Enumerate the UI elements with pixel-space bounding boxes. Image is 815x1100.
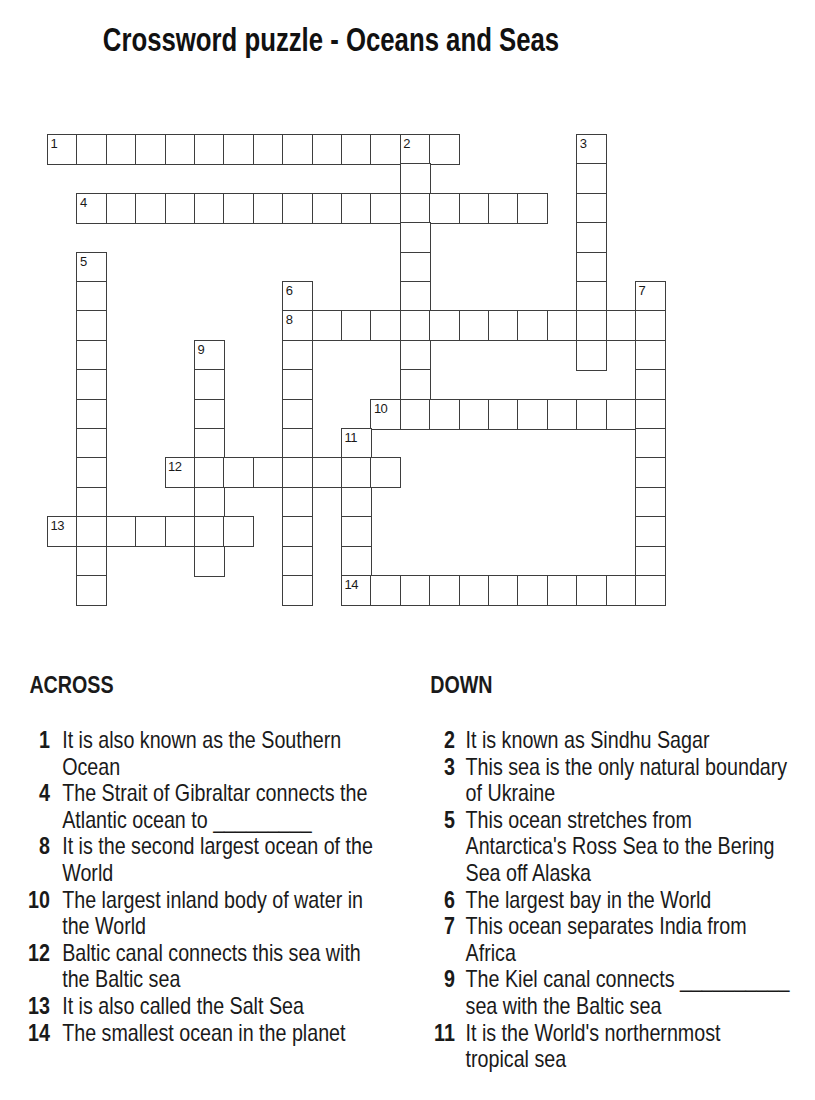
- grid-cell-r2c8[interactable]: [282, 193, 313, 224]
- grid-cell-r6c16[interactable]: [517, 310, 548, 341]
- clue-text: It is also known as the SouthernOcean: [62, 727, 341, 780]
- grid-cell-r10c1[interactable]: [76, 428, 107, 459]
- grid-cell-r5c18[interactable]: [576, 281, 607, 312]
- grid-cell-r11c5[interactable]: [194, 457, 225, 488]
- cell-number-12: 12: [168, 460, 181, 473]
- grid-cell-r0c8[interactable]: [282, 134, 313, 165]
- grid-cell-r13c3[interactable]: [135, 516, 166, 547]
- grid-cell-r13c1[interactable]: [76, 516, 107, 547]
- across-header: ACROSS: [29, 672, 407, 699]
- grid-cell-r6c9[interactable]: [312, 310, 343, 341]
- grid-cell-r6c15[interactable]: [488, 310, 519, 341]
- grid-cell-r2c3[interactable]: [135, 193, 166, 224]
- clue-text: This ocean stretches fromAntarctica's Ro…: [466, 807, 775, 887]
- grid-cell-r15c15[interactable]: [488, 575, 519, 606]
- clue-number: 7: [427, 913, 455, 966]
- clue-number: 11: [427, 1020, 455, 1073]
- clue-text-line: It is the second largest ocean of the: [62, 833, 373, 860]
- clue-text: This ocean separates India fromAfrica: [466, 913, 747, 966]
- crossword-grid: 1234567891011121314: [47, 134, 667, 607]
- grid-cell-r14c10[interactable]: [341, 546, 372, 577]
- clue-across-4: 4The Strait of Gibraltar connects theAtl…: [22, 780, 407, 833]
- clue-text-line: It is also called the Salt Sea: [62, 993, 304, 1020]
- clue-text-line: Sea off Alaska: [466, 860, 775, 887]
- clue-number: 10: [22, 887, 50, 940]
- grid-cell-r0c5[interactable]: [194, 134, 225, 165]
- clue-text-line: Ocean: [62, 754, 341, 781]
- clue-text-line: Atlantic ocean to _________: [62, 807, 367, 834]
- grid-cell-r3c12[interactable]: [400, 222, 431, 253]
- grid-cell-r11c20[interactable]: [635, 457, 666, 488]
- grid-cell-r2c7[interactable]: [253, 193, 284, 224]
- clue-across-12: 12Baltic canal connects this sea withthe…: [22, 940, 407, 993]
- grid-cell-r10c20[interactable]: [635, 428, 666, 459]
- clue-text-line: Antarctica's Ross Sea to the Bering: [466, 833, 775, 860]
- cell-number-3: 3: [580, 137, 587, 150]
- clue-number: 9: [427, 966, 455, 1019]
- grid-cell-r9c8[interactable]: [282, 399, 313, 430]
- grid-cell-r8c1[interactable]: [76, 369, 107, 400]
- clue-number: 12: [22, 940, 50, 993]
- grid-cell-r13c10[interactable]: [341, 516, 372, 547]
- clue-number: 3: [427, 754, 455, 807]
- across-clue-list: 1It is also known as the SouthernOcean4T…: [22, 727, 407, 1046]
- grid-cell-r2c10[interactable]: [341, 193, 372, 224]
- clue-text-line: Africa: [466, 940, 747, 967]
- grid-cell-r2c2[interactable]: [106, 193, 137, 224]
- down-header: DOWN: [430, 672, 792, 699]
- grid-cell-r9c5[interactable]: [194, 399, 225, 430]
- grid-cell-r15c18[interactable]: [576, 575, 607, 606]
- grid-cell-r14c20[interactable]: [635, 546, 666, 577]
- grid-cell-r2c18[interactable]: [576, 193, 607, 224]
- grid-cell-r6c1[interactable]: [76, 310, 107, 341]
- clue-across-8: 8It is the second largest ocean of theWo…: [22, 833, 407, 886]
- grid-cell-r10c5[interactable]: [194, 428, 225, 459]
- grid-cell-r6c17[interactable]: [547, 310, 578, 341]
- grid-cell-r13c2[interactable]: [106, 516, 137, 547]
- grid-cell-r9c14[interactable]: [459, 399, 490, 430]
- grid-cell-r0c4[interactable]: [165, 134, 196, 165]
- clue-across-14: 14The smallest ocean in the planet: [22, 1020, 407, 1047]
- grid-cell-r9c16[interactable]: [517, 399, 548, 430]
- grid-cell-r2c14[interactable]: [459, 193, 490, 224]
- clue-text-line: This ocean stretches from: [466, 807, 775, 834]
- clue-text: It is also called the Salt Sea: [62, 993, 304, 1020]
- clue-text-line: This sea is the only natural boundary: [466, 754, 788, 781]
- grid-cell-r7c1[interactable]: [76, 340, 107, 371]
- grid-cell-r6c11[interactable]: [370, 310, 401, 341]
- grid-cell-r0c1[interactable]: [76, 134, 107, 165]
- cell-number-13: 13: [51, 519, 64, 532]
- crossword-page: Crossword puzzle - Oceans and Seas 12345…: [0, 0, 815, 1100]
- grid-cell-r11c7[interactable]: [253, 457, 284, 488]
- grid-cell-r9c20[interactable]: [635, 399, 666, 430]
- grid-cell-r0c13[interactable]: [429, 134, 460, 165]
- grid-cell-r11c10[interactable]: [341, 457, 372, 488]
- grid-cell-r3c18[interactable]: [576, 222, 607, 253]
- grid-cell-r4c18[interactable]: [576, 252, 607, 283]
- clue-down-9: 9The Kiel canal connects __________sea w…: [427, 966, 792, 1019]
- grid-cell-r2c15[interactable]: [488, 193, 519, 224]
- clue-across-10: 10The largest inland body of water inthe…: [22, 887, 407, 940]
- clue-text-line: The Kiel canal connects __________: [466, 966, 790, 993]
- clue-text-line: of Ukraine: [466, 780, 788, 807]
- clue-text-line: It is the World's northernmost: [466, 1020, 721, 1047]
- clue-number: 13: [22, 993, 50, 1020]
- clue-down-6: 6The largest bay in the World: [427, 887, 792, 914]
- across-clues-section: ACROSS 1It is also known as the Southern…: [22, 672, 407, 1046]
- grid-cell-r0c9[interactable]: [312, 134, 343, 165]
- clue-text: It is known as Sindhu Sagar: [466, 727, 710, 754]
- clue-across-1: 1It is also known as the SouthernOcean: [22, 727, 407, 780]
- cell-number-4: 4: [80, 196, 87, 209]
- clue-text: The smallest ocean in the planet: [62, 1020, 345, 1047]
- clue-text-line: It is known as Sindhu Sagar: [466, 727, 710, 754]
- grid-cell-r12c8[interactable]: [282, 487, 313, 518]
- grid-cell-r15c8[interactable]: [282, 575, 313, 606]
- grid-cell-r12c10[interactable]: [341, 487, 372, 518]
- grid-cell-r9c19[interactable]: [606, 399, 637, 430]
- clue-text-line: the Baltic sea: [62, 966, 361, 993]
- grid-cell-r13c6[interactable]: [223, 516, 254, 547]
- grid-cell-r11c8[interactable]: [282, 457, 313, 488]
- grid-cell-r13c5[interactable]: [194, 516, 225, 547]
- grid-cell-r6c19[interactable]: [606, 310, 637, 341]
- clue-text-line: tropical sea: [466, 1046, 721, 1073]
- grid-cell-r9c15[interactable]: [488, 399, 519, 430]
- grid-cell-r2c9[interactable]: [312, 193, 343, 224]
- clue-text: The largest inland body of water inthe W…: [62, 887, 363, 940]
- grid-cell-r15c11[interactable]: [370, 575, 401, 606]
- clue-text-line: the World: [62, 913, 363, 940]
- grid-cell-r0c2[interactable]: [106, 134, 137, 165]
- cell-number-2: 2: [403, 137, 410, 150]
- grid-cell-r10c8[interactable]: [282, 428, 313, 459]
- grid-cell-r8c5[interactable]: [194, 369, 225, 400]
- grid-cell-r2c13[interactable]: [429, 193, 460, 224]
- grid-cell-r8c12[interactable]: [400, 369, 431, 400]
- grid-cell-r6c12[interactable]: [400, 310, 431, 341]
- down-clues-section: DOWN 2It is known as Sindhu Sagar3This s…: [427, 672, 792, 1073]
- grid-cell-r11c1[interactable]: [76, 457, 107, 488]
- grid-cell-r6c20[interactable]: [635, 310, 666, 341]
- grid-cell-r13c8[interactable]: [282, 516, 313, 547]
- cell-number-10: 10: [374, 402, 387, 415]
- clue-number: 4: [22, 780, 50, 833]
- grid-cell-r14c5[interactable]: [194, 546, 225, 577]
- grid-cell-r12c1[interactable]: [76, 487, 107, 518]
- grid-cell-r0c11[interactable]: [370, 134, 401, 165]
- clue-number: 6: [427, 887, 455, 914]
- grid-cell-r15c17[interactable]: [547, 575, 578, 606]
- grid-cell-r2c16[interactable]: [517, 193, 548, 224]
- grid-cell-r4c12[interactable]: [400, 252, 431, 283]
- clue-text-line: The smallest ocean in the planet: [62, 1020, 345, 1047]
- grid-cell-r6c13[interactable]: [429, 310, 460, 341]
- grid-cell-r9c1[interactable]: [76, 399, 107, 430]
- clue-number: 14: [22, 1020, 50, 1047]
- grid-cell-r15c20[interactable]: [635, 575, 666, 606]
- clue-text-line: It is also known as the Southern: [62, 727, 341, 754]
- clue-text: Baltic canal connects this sea withthe B…: [62, 940, 361, 993]
- grid-cell-r0c6[interactable]: [223, 134, 254, 165]
- clue-text: It is the second largest ocean of theWor…: [62, 833, 373, 886]
- cell-number-9: 9: [198, 343, 205, 356]
- grid-cell-r8c20[interactable]: [635, 369, 666, 400]
- clue-text-line: Baltic canal connects this sea with: [62, 940, 361, 967]
- grid-cell-r15c16[interactable]: [517, 575, 548, 606]
- grid-cell-r0c10[interactable]: [341, 134, 372, 165]
- clue-down-2: 2It is known as Sindhu Sagar: [427, 727, 792, 754]
- down-clue-list: 2It is known as Sindhu Sagar3This sea is…: [427, 727, 792, 1073]
- grid-cell-r15c13[interactable]: [429, 575, 460, 606]
- grid-cell-r1c18[interactable]: [576, 163, 607, 194]
- grid-cell-r12c20[interactable]: [635, 487, 666, 518]
- grid-cell-r13c4[interactable]: [165, 516, 196, 547]
- grid-cell-r5c12[interactable]: [400, 281, 431, 312]
- grid-cell-r9c13[interactable]: [429, 399, 460, 430]
- cell-number-5: 5: [80, 255, 87, 268]
- grid-cell-r9c17[interactable]: [547, 399, 578, 430]
- grid-cell-r6c10[interactable]: [341, 310, 372, 341]
- clue-text-line: The Strait of Gibraltar connects the: [62, 780, 367, 807]
- grid-cell-r2c5[interactable]: [194, 193, 225, 224]
- clue-text: The largest bay in the World: [466, 887, 712, 914]
- clue-text-line: The largest inland body of water in: [62, 887, 363, 914]
- grid-cell-r11c11[interactable]: [370, 457, 401, 488]
- grid-cell-r7c12[interactable]: [400, 340, 431, 371]
- clue-text: The Kiel canal connects __________sea wi…: [466, 966, 790, 1019]
- grid-cell-r15c19[interactable]: [606, 575, 637, 606]
- grid-cell-r2c12[interactable]: [400, 193, 431, 224]
- page-title: Crossword puzzle - Oceans and Seas: [73, 22, 589, 58]
- grid-cell-r1c12[interactable]: [400, 163, 431, 194]
- clue-down-7: 7This ocean separates India fromAfrica: [427, 913, 792, 966]
- grid-cell-r11c6[interactable]: [223, 457, 254, 488]
- grid-cell-r15c1[interactable]: [76, 575, 107, 606]
- grid-cell-r7c8[interactable]: [282, 340, 313, 371]
- grid-cell-r13c20[interactable]: [635, 516, 666, 547]
- grid-cell-r12c5[interactable]: [194, 487, 225, 518]
- cell-number-7: 7: [639, 284, 646, 297]
- clue-text: It is the World's northernmosttropical s…: [466, 1020, 721, 1073]
- cell-number-6: 6: [286, 284, 293, 297]
- clue-text-line: The largest bay in the World: [466, 887, 712, 914]
- clue-number: 1: [22, 727, 50, 780]
- grid-cell-r0c3[interactable]: [135, 134, 166, 165]
- grid-cell-r9c12[interactable]: [400, 399, 431, 430]
- cell-number-8: 8: [286, 313, 293, 326]
- clue-text-line: This ocean separates India from: [466, 913, 747, 940]
- grid-cell-r9c18[interactable]: [576, 399, 607, 430]
- grid-cell-r15c14[interactable]: [459, 575, 490, 606]
- grid-cell-r7c18[interactable]: [576, 340, 607, 371]
- grid-cell-r14c8[interactable]: [282, 546, 313, 577]
- grid-cell-r6c18[interactable]: [576, 310, 607, 341]
- clue-text-line: sea with the Baltic sea: [466, 993, 790, 1020]
- grid-cell-r2c11[interactable]: [370, 193, 401, 224]
- clue-text: The Strait of Gibraltar connects theAtla…: [62, 780, 367, 833]
- grid-cell-r6c14[interactable]: [459, 310, 490, 341]
- grid-cell-r7c20[interactable]: [635, 340, 666, 371]
- cell-number-1: 1: [51, 137, 58, 150]
- clue-text: This sea is the only natural boundaryof …: [466, 754, 788, 807]
- grid-cell-r2c4[interactable]: [165, 193, 196, 224]
- cell-number-11: 11: [345, 431, 358, 444]
- clue-number: 8: [22, 833, 50, 886]
- grid-cell-r14c1[interactable]: [76, 546, 107, 577]
- cell-number-14: 14: [345, 578, 358, 591]
- grid-cell-r5c1[interactable]: [76, 281, 107, 312]
- grid-cell-r15c12[interactable]: [400, 575, 431, 606]
- grid-cell-r11c9[interactable]: [312, 457, 343, 488]
- grid-cell-r8c8[interactable]: [282, 369, 313, 400]
- clue-down-11: 11It is the World's northernmosttropical…: [427, 1020, 792, 1073]
- clue-number: 2: [427, 727, 455, 754]
- clue-text-line: World: [62, 860, 373, 887]
- clue-down-3: 3This sea is the only natural boundaryof…: [427, 754, 792, 807]
- clue-across-13: 13It is also called the Salt Sea: [22, 993, 407, 1020]
- clue-down-5: 5This ocean stretches fromAntarctica's R…: [427, 807, 792, 887]
- grid-cell-r2c6[interactable]: [223, 193, 254, 224]
- clue-number: 5: [427, 807, 455, 887]
- grid-cell-r0c7[interactable]: [253, 134, 284, 165]
